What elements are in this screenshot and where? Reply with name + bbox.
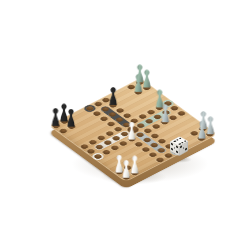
die-pip-grid (180, 143, 187, 155)
die-pip (176, 151, 177, 153)
board-grid (48, 78, 217, 182)
board-hole (152, 123, 162, 129)
board-hole (99, 116, 109, 122)
board-hole (101, 97, 111, 103)
board-hole (146, 109, 156, 115)
board-hole (170, 105, 180, 111)
board-hole (190, 130, 200, 136)
die-pip (185, 148, 186, 150)
pawn-black (66, 109, 78, 127)
board-hole (113, 126, 123, 132)
board-hole (141, 147, 151, 153)
board-hole (86, 149, 96, 155)
board-hole (134, 142, 144, 148)
board-hole (115, 107, 125, 113)
board-hole (158, 138, 168, 144)
board-hole (96, 135, 106, 141)
product-photo-scene (0, 0, 250, 250)
board-hole (148, 152, 158, 158)
die (170, 136, 189, 157)
pawn-black (50, 108, 62, 126)
board-hole (169, 115, 179, 121)
pawn-black (107, 87, 119, 105)
board-hole (92, 111, 102, 117)
board-hole (79, 143, 89, 149)
pawn-white (129, 155, 141, 173)
board-hole (144, 128, 154, 134)
pawn-green (153, 90, 165, 108)
board-hole (177, 111, 187, 117)
pawn-white (113, 154, 125, 172)
start-hole-ringed (93, 154, 103, 160)
die-pip-grid (171, 143, 178, 155)
board-hole (153, 114, 163, 120)
board-hole (58, 128, 68, 134)
start-hole-ringed (85, 106, 95, 112)
board-hole (106, 121, 116, 127)
board-hole (122, 112, 132, 118)
board-hole (155, 157, 165, 163)
board-hole (151, 133, 161, 139)
ludo-board (73, 70, 193, 190)
board-hole (102, 149, 112, 155)
board-hole (110, 145, 120, 151)
board-hole (126, 84, 136, 90)
board-hole (118, 141, 128, 147)
pawn-green (134, 65, 146, 83)
